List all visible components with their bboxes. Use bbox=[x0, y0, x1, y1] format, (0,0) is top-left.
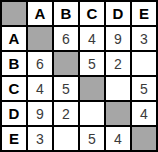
cell-B-E[interactable] bbox=[132, 52, 156, 75]
cell-C-B[interactable]: 5 bbox=[54, 77, 78, 100]
cell-B-A[interactable]: 6 bbox=[28, 52, 52, 75]
cell-D-A[interactable]: 9 bbox=[28, 102, 52, 125]
cell-A-A bbox=[28, 27, 52, 50]
distance-table-board: ABCDEA6493B652C455D924E354 bbox=[0, 0, 158, 152]
cell-B-B bbox=[54, 52, 78, 75]
cell-E-C[interactable]: 5 bbox=[80, 127, 104, 150]
cell-E-D[interactable]: 4 bbox=[106, 127, 130, 150]
cell-B-D[interactable]: 2 bbox=[106, 52, 130, 75]
cell-C-D[interactable] bbox=[106, 77, 130, 100]
cell-E-B[interactable] bbox=[54, 127, 78, 150]
cell-A-B[interactable]: 6 bbox=[54, 27, 78, 50]
cell-D-E[interactable]: 4 bbox=[132, 102, 156, 125]
col-header-C: C bbox=[80, 2, 104, 25]
row-header-B: B bbox=[2, 52, 26, 75]
cell-A-C[interactable]: 4 bbox=[80, 27, 104, 50]
cell-E-E bbox=[132, 127, 156, 150]
cell-D-C[interactable] bbox=[80, 102, 104, 125]
row-header-C: C bbox=[2, 77, 26, 100]
cell-B-C[interactable]: 5 bbox=[80, 52, 104, 75]
row-header-E: E bbox=[2, 127, 26, 150]
col-header-B: B bbox=[54, 2, 78, 25]
col-header-D: D bbox=[106, 2, 130, 25]
cell-C-E[interactable]: 5 bbox=[132, 77, 156, 100]
corner-cell bbox=[2, 2, 26, 25]
col-header-E: E bbox=[132, 2, 156, 25]
cell-A-E[interactable]: 3 bbox=[132, 27, 156, 50]
cell-D-D bbox=[106, 102, 130, 125]
cell-E-A[interactable]: 3 bbox=[28, 127, 52, 150]
col-header-A: A bbox=[28, 2, 52, 25]
cell-A-D[interactable]: 9 bbox=[106, 27, 130, 50]
cell-C-C bbox=[80, 77, 104, 100]
cell-D-B[interactable]: 2 bbox=[54, 102, 78, 125]
row-header-D: D bbox=[2, 102, 26, 125]
cell-C-A[interactable]: 4 bbox=[28, 77, 52, 100]
row-header-A: A bbox=[2, 27, 26, 50]
